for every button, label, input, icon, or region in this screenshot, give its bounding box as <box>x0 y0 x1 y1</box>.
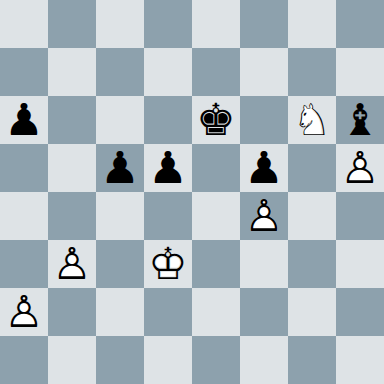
piece-white-pawn[interactable]: ♟♙ <box>336 144 384 192</box>
piece-black-bishop[interactable]: ♝ <box>336 96 384 144</box>
square-f5[interactable]: ♟ <box>240 144 288 192</box>
piece-white-pawn[interactable]: ♟♙ <box>48 240 96 288</box>
square-a6[interactable]: ♟ <box>0 96 48 144</box>
square-a4[interactable] <box>0 192 48 240</box>
square-a7[interactable] <box>0 48 48 96</box>
square-c6[interactable] <box>96 96 144 144</box>
square-b3[interactable]: ♟♙ <box>48 240 96 288</box>
piece-white-pawn[interactable]: ♟♙ <box>240 192 288 240</box>
square-d1[interactable] <box>144 336 192 384</box>
square-h8[interactable] <box>336 0 384 48</box>
square-f3[interactable] <box>240 240 288 288</box>
square-h3[interactable] <box>336 240 384 288</box>
square-b2[interactable] <box>48 288 96 336</box>
square-b7[interactable] <box>48 48 96 96</box>
square-c3[interactable] <box>96 240 144 288</box>
black-king-glyph: ♚ <box>192 96 240 144</box>
piece-black-pawn[interactable]: ♟ <box>144 144 192 192</box>
square-g8[interactable] <box>288 0 336 48</box>
square-e2[interactable] <box>192 288 240 336</box>
square-f1[interactable] <box>240 336 288 384</box>
square-d7[interactable] <box>144 48 192 96</box>
square-c7[interactable] <box>96 48 144 96</box>
black-pawn-glyph: ♟ <box>240 144 288 192</box>
square-g6[interactable]: ♞♘ <box>288 96 336 144</box>
chess-board: ♟♚♞♘♝♟♟♟♟♙♟♙♟♙♚♔♟♙ <box>0 0 384 384</box>
square-h4[interactable] <box>336 192 384 240</box>
square-c2[interactable] <box>96 288 144 336</box>
black-pawn-glyph: ♟ <box>96 144 144 192</box>
square-e5[interactable] <box>192 144 240 192</box>
square-f7[interactable] <box>240 48 288 96</box>
square-b8[interactable] <box>48 0 96 48</box>
square-g5[interactable] <box>288 144 336 192</box>
square-e1[interactable] <box>192 336 240 384</box>
square-b4[interactable] <box>48 192 96 240</box>
black-bishop-glyph: ♝ <box>336 96 384 144</box>
square-g1[interactable] <box>288 336 336 384</box>
square-c1[interactable] <box>96 336 144 384</box>
square-d5[interactable]: ♟ <box>144 144 192 192</box>
square-d4[interactable] <box>144 192 192 240</box>
square-h7[interactable] <box>336 48 384 96</box>
white-pawn-glyph-outline: ♙ <box>336 144 384 192</box>
square-f2[interactable] <box>240 288 288 336</box>
piece-black-pawn[interactable]: ♟ <box>0 96 48 144</box>
square-a5[interactable] <box>0 144 48 192</box>
square-h6[interactable]: ♝ <box>336 96 384 144</box>
piece-white-knight[interactable]: ♞♘ <box>288 96 336 144</box>
square-c8[interactable] <box>96 0 144 48</box>
square-e4[interactable] <box>192 192 240 240</box>
square-g7[interactable] <box>288 48 336 96</box>
square-a2[interactable]: ♟♙ <box>0 288 48 336</box>
square-f8[interactable] <box>240 0 288 48</box>
white-pawn-glyph-outline: ♙ <box>0 288 48 336</box>
square-b1[interactable] <box>48 336 96 384</box>
square-f4[interactable]: ♟♙ <box>240 192 288 240</box>
square-e7[interactable] <box>192 48 240 96</box>
piece-black-pawn[interactable]: ♟ <box>240 144 288 192</box>
square-d2[interactable] <box>144 288 192 336</box>
square-c5[interactable]: ♟ <box>96 144 144 192</box>
square-d8[interactable] <box>144 0 192 48</box>
square-g4[interactable] <box>288 192 336 240</box>
black-pawn-glyph: ♟ <box>0 96 48 144</box>
square-e3[interactable] <box>192 240 240 288</box>
square-h5[interactable]: ♟♙ <box>336 144 384 192</box>
white-king-glyph-outline: ♔ <box>144 240 192 288</box>
piece-black-king[interactable]: ♚ <box>192 96 240 144</box>
square-e8[interactable] <box>192 0 240 48</box>
black-pawn-glyph: ♟ <box>144 144 192 192</box>
square-e6[interactable]: ♚ <box>192 96 240 144</box>
square-f6[interactable] <box>240 96 288 144</box>
square-a1[interactable] <box>0 336 48 384</box>
white-pawn-glyph-outline: ♙ <box>240 192 288 240</box>
square-b5[interactable] <box>48 144 96 192</box>
square-d3[interactable]: ♚♔ <box>144 240 192 288</box>
piece-white-king[interactable]: ♚♔ <box>144 240 192 288</box>
square-g3[interactable] <box>288 240 336 288</box>
square-g2[interactable] <box>288 288 336 336</box>
white-pawn-glyph-outline: ♙ <box>48 240 96 288</box>
square-a8[interactable] <box>0 0 48 48</box>
piece-black-pawn[interactable]: ♟ <box>96 144 144 192</box>
square-h1[interactable] <box>336 336 384 384</box>
white-knight-glyph-outline: ♘ <box>288 96 336 144</box>
square-b6[interactable] <box>48 96 96 144</box>
square-h2[interactable] <box>336 288 384 336</box>
piece-white-pawn[interactable]: ♟♙ <box>0 288 48 336</box>
square-a3[interactable] <box>0 240 48 288</box>
square-d6[interactable] <box>144 96 192 144</box>
square-c4[interactable] <box>96 192 144 240</box>
